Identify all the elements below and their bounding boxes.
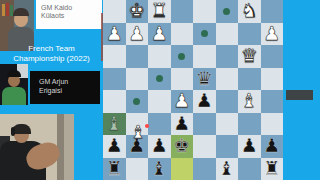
square-c7[interactable] <box>216 135 239 158</box>
cursor-dot <box>145 124 149 128</box>
square-g4[interactable] <box>126 68 149 91</box>
piece-bP-d5[interactable]: ♟ <box>196 90 213 113</box>
piece-bP-f7[interactable]: ♟ <box>151 135 168 158</box>
square-b7[interactable]: ♟ <box>238 135 261 158</box>
square-e8[interactable] <box>171 158 194 181</box>
piece-wN-b1[interactable]: ♞ <box>241 0 258 23</box>
player-name-top: GM Kaido Külaots <box>36 0 102 29</box>
square-e3[interactable] <box>171 45 194 68</box>
legal-move-dot-g5 <box>133 98 140 105</box>
square-g1[interactable]: ♚ <box>126 0 149 23</box>
square-d7[interactable] <box>193 135 216 158</box>
piece-wQ-b3[interactable]: ♛ <box>241 45 258 68</box>
square-h2[interactable]: ♟ <box>103 23 126 46</box>
square-b2[interactable] <box>238 23 261 46</box>
square-f4[interactable] <box>148 68 171 91</box>
square-g2[interactable]: ♟ <box>126 23 149 46</box>
player-hair <box>13 8 29 16</box>
piece-bB-f8[interactable]: ♝ <box>151 158 168 181</box>
square-e4[interactable] <box>171 68 194 91</box>
legal-move-dot-d2 <box>201 30 208 37</box>
legal-move-dot-c1 <box>223 8 230 15</box>
piece-wR-f1[interactable]: ♜ <box>151 0 168 23</box>
square-d3[interactable] <box>193 45 216 68</box>
square-d8[interactable] <box>193 158 216 181</box>
square-c2[interactable] <box>216 23 239 46</box>
book-spine <box>6 3 9 16</box>
square-a7[interactable]: ♟ <box>261 135 284 158</box>
piece-wB-b5[interactable]: ♝ <box>241 90 258 113</box>
square-d1[interactable] <box>193 0 216 23</box>
square-e1[interactable] <box>171 0 194 23</box>
side-overlay-box <box>286 90 313 100</box>
player-name-top-line2: Külaots <box>41 12 102 20</box>
square-a4[interactable] <box>261 68 284 91</box>
square-h5[interactable] <box>103 90 126 113</box>
door <box>64 114 74 180</box>
event-caption: French Team Championship (2022) <box>0 44 103 63</box>
piece-bK-e7[interactable]: ♚ <box>173 135 190 158</box>
square-h8[interactable]: ♜ <box>103 158 126 181</box>
dragged-piece-white-bishop[interactable]: ♝ <box>130 121 146 143</box>
square-a1[interactable] <box>261 0 284 23</box>
square-e5[interactable]: ♟ <box>171 90 194 113</box>
square-h4[interactable] <box>103 68 126 91</box>
piece-wP-g2[interactable]: ♟ <box>128 23 145 46</box>
piece-wK-g1[interactable]: ♚ <box>128 0 145 23</box>
square-d6[interactable] <box>193 113 216 136</box>
square-c4[interactable] <box>216 68 239 91</box>
piece-bP-b7[interactable]: ♟ <box>241 135 258 158</box>
stream-frame: GM Kaido Külaots French Team Championshi… <box>0 0 320 180</box>
square-h7[interactable]: ♟ <box>103 135 126 158</box>
square-a3[interactable] <box>261 45 284 68</box>
piece-wP-f2[interactable]: ♟ <box>151 23 168 46</box>
square-c8[interactable]: ♝ <box>216 158 239 181</box>
square-d4[interactable]: ♛ <box>193 68 216 91</box>
square-f5[interactable] <box>148 90 171 113</box>
piece-bP-a7[interactable]: ♟ <box>263 135 280 158</box>
square-f1[interactable]: ♜ <box>148 0 171 23</box>
square-f6[interactable] <box>148 113 171 136</box>
square-b4[interactable] <box>238 68 261 91</box>
piece-bP-e6[interactable]: ♟ <box>173 113 190 136</box>
square-f7[interactable]: ♟ <box>148 135 171 158</box>
piece-wP-h2[interactable]: ♟ <box>106 23 123 46</box>
square-e2[interactable] <box>171 23 194 46</box>
player-name-bottom-line2: Erigaisi <box>39 86 100 95</box>
square-e6[interactable]: ♟ <box>171 113 194 136</box>
headphones <box>11 127 15 136</box>
square-a2[interactable]: ♟ <box>261 23 284 46</box>
event-line1: French Team <box>0 44 103 54</box>
piece-bR-a8[interactable]: ♜ <box>263 158 280 181</box>
square-a5[interactable] <box>261 90 284 113</box>
square-h6[interactable]: ♝ <box>103 113 126 136</box>
piece-wP-a2[interactable]: ♟ <box>263 23 280 46</box>
event-line2: Championship (2022) <box>0 54 103 64</box>
square-c5[interactable] <box>216 90 239 113</box>
square-g5[interactable] <box>126 90 149 113</box>
square-g3[interactable] <box>126 45 149 68</box>
square-d2[interactable] <box>193 23 216 46</box>
player-hair <box>7 70 21 77</box>
piece-wB-h6[interactable]: ♝ <box>106 113 123 136</box>
square-b8[interactable] <box>238 158 261 181</box>
chess-board[interactable]: ♚♜♞♟♟♟♟♛♛♟♟♝♝♟♟♟♟♚♟♟♜♝♝♜ <box>103 0 283 180</box>
player-shirt <box>2 87 26 105</box>
piece-bP-h7[interactable]: ♟ <box>106 135 123 158</box>
square-c3[interactable] <box>216 45 239 68</box>
square-f3[interactable] <box>148 45 171 68</box>
piece-bB-c8[interactable]: ♝ <box>218 158 235 181</box>
square-c1[interactable] <box>216 0 239 23</box>
square-c6[interactable] <box>216 113 239 136</box>
book-spine <box>2 4 5 16</box>
legal-move-dot-f4 <box>156 75 163 82</box>
square-e7[interactable]: ♚ <box>171 135 194 158</box>
player-name-bottom: GM Arjun Erigaisi <box>30 71 100 104</box>
square-f2[interactable]: ♟ <box>148 23 171 46</box>
streamer-webcam <box>0 114 74 180</box>
square-b1[interactable]: ♞ <box>238 0 261 23</box>
square-b3[interactable]: ♛ <box>238 45 261 68</box>
square-f8[interactable]: ♝ <box>148 158 171 181</box>
legal-move-dot-e3 <box>178 53 185 60</box>
square-g8[interactable] <box>126 158 149 181</box>
erigaisi-photo <box>0 64 28 105</box>
piece-bR-h8[interactable]: ♜ <box>106 158 123 181</box>
square-h3[interactable] <box>103 45 126 68</box>
square-b5[interactable]: ♝ <box>238 90 261 113</box>
square-a8[interactable]: ♜ <box>261 158 284 181</box>
square-d5[interactable]: ♟ <box>193 90 216 113</box>
piece-wP-e5[interactable]: ♟ <box>173 90 190 113</box>
square-b6[interactable] <box>238 113 261 136</box>
square-a6[interactable] <box>261 113 284 136</box>
piece-bQ-d4[interactable]: ♛ <box>196 68 213 91</box>
square-h1[interactable] <box>103 0 126 23</box>
player-name-top-line1: GM Kaido <box>41 4 102 12</box>
player-name-bottom-line1: GM Arjun <box>39 77 100 86</box>
